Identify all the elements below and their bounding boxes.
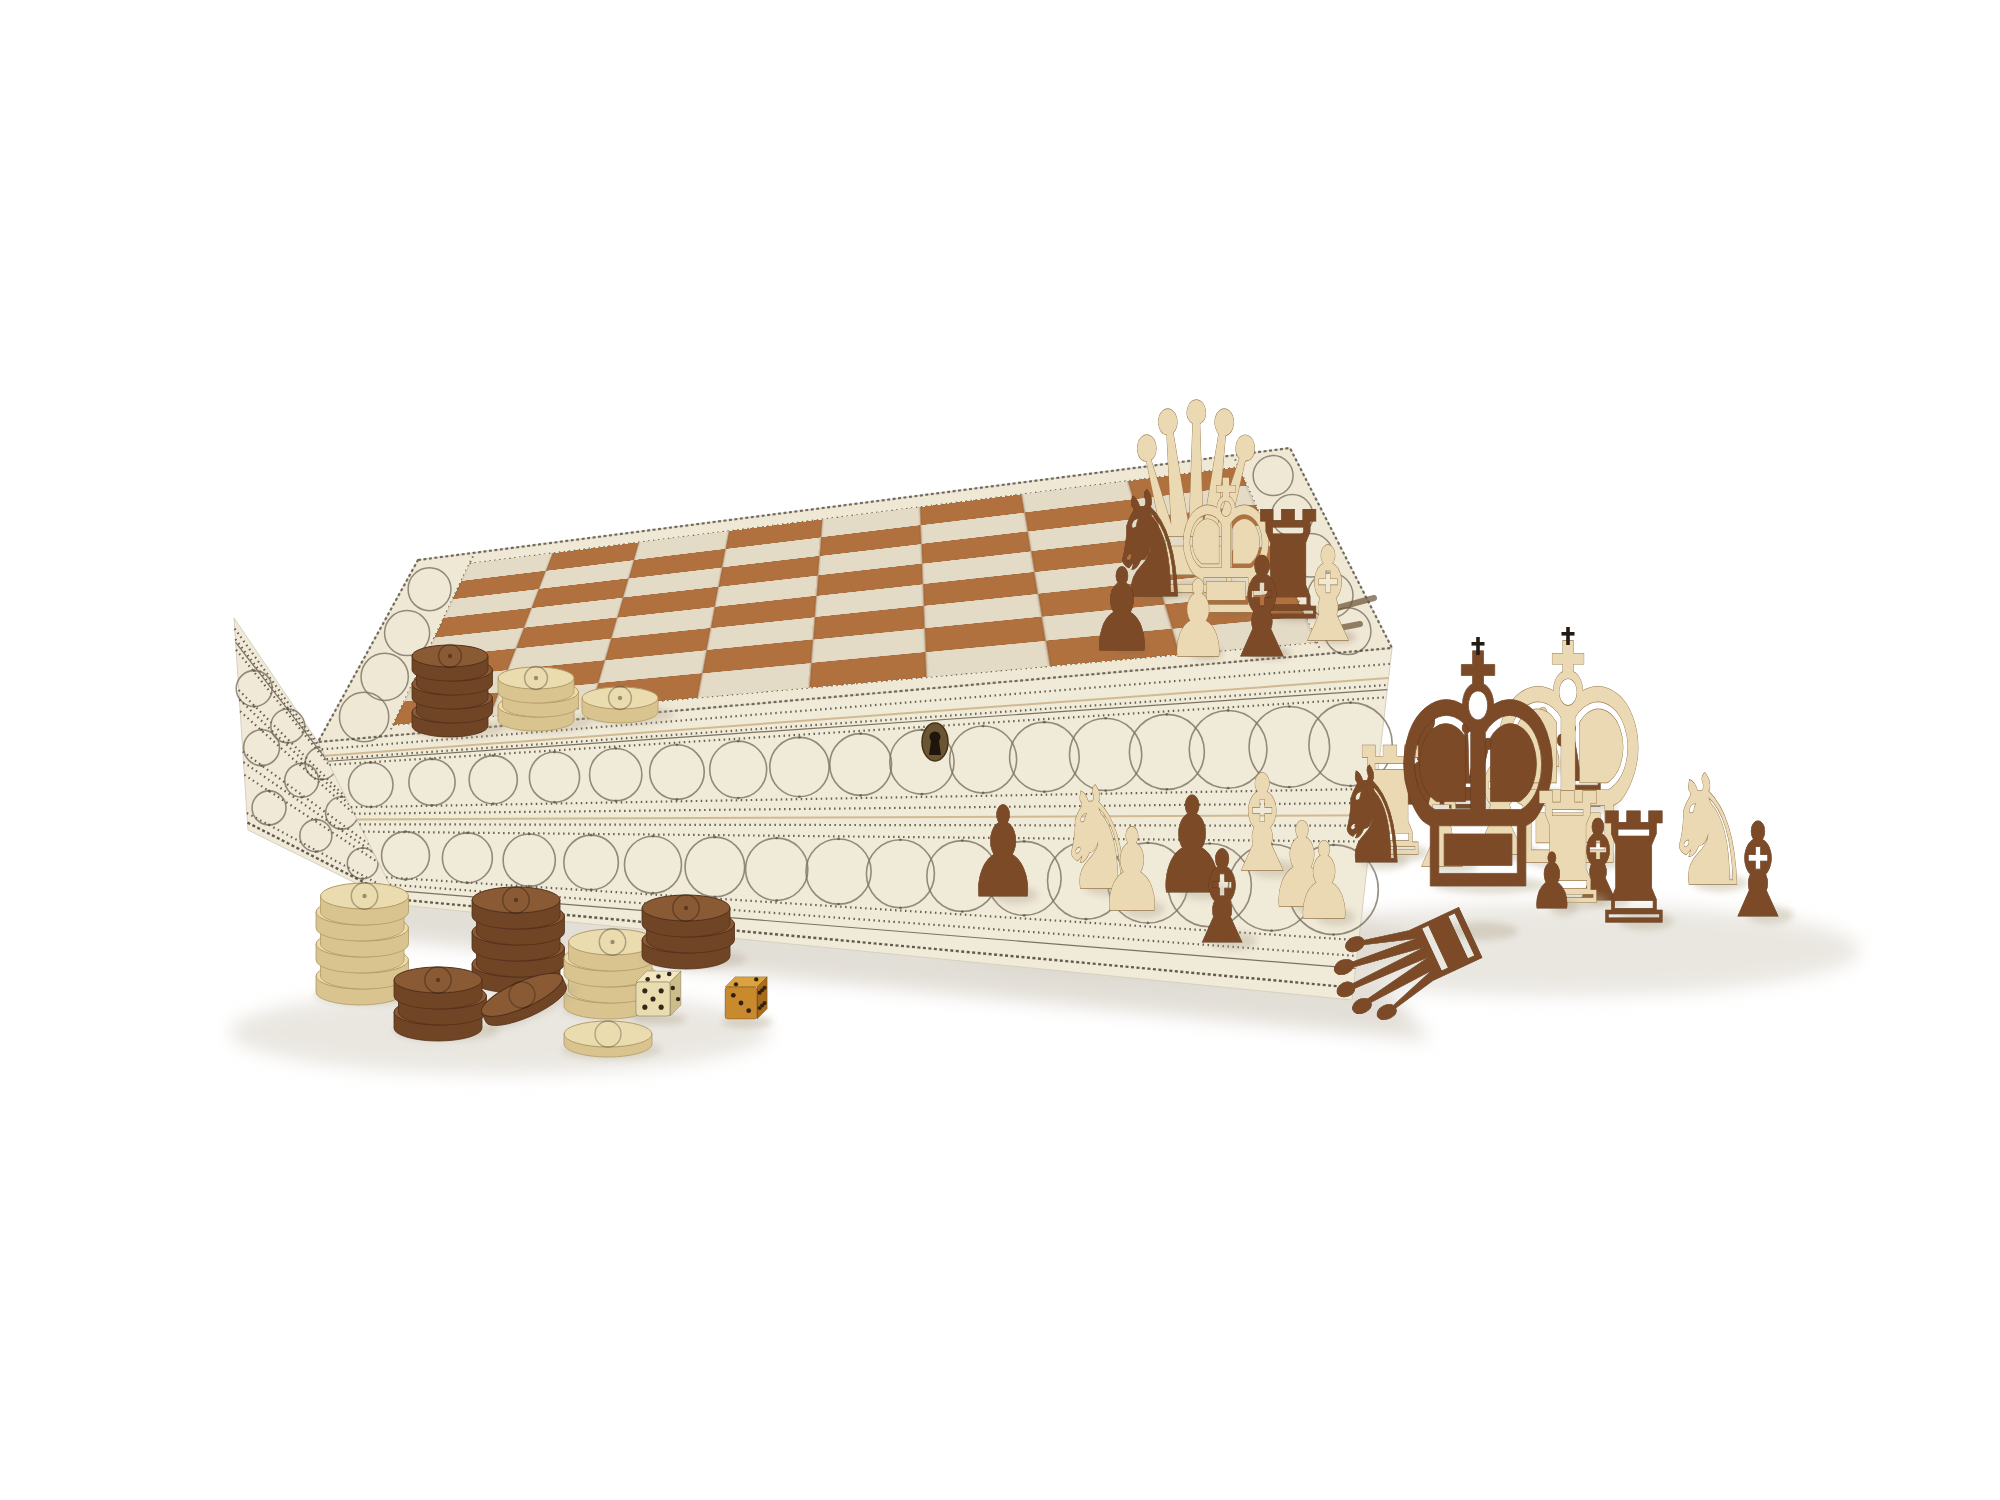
die-pip: [763, 986, 767, 990]
die-pip: [642, 988, 647, 993]
penwork-wreath: [1309, 703, 1392, 786]
checker-stack-brown: [471, 887, 577, 993]
piece-shadow: [1484, 844, 1540, 862]
piece-shadow: [1457, 798, 1499, 816]
penwork-wreath: [1010, 722, 1080, 792]
penwork-leaf-dot: [676, 798, 679, 801]
light-square: [818, 544, 922, 575]
draught-top: [316, 963, 404, 989]
penwork-leaf-dot: [737, 740, 740, 743]
trim-line: [397, 899, 1353, 987]
dark-square: [726, 519, 823, 548]
penwork-leaf-dot: [404, 878, 407, 881]
draught-centre-dot: [436, 978, 440, 982]
piece-brown-queen: ♛: [1277, 858, 1538, 1064]
draught-top: [582, 687, 658, 709]
piece-white-king: ♚: [1478, 581, 1657, 934]
dark-square: [434, 608, 531, 638]
middle-cluster-shadow: [940, 908, 1420, 980]
stack-shadow: [563, 999, 669, 1019]
die-front-face: [636, 982, 670, 1016]
penwork-wreath: [710, 741, 767, 798]
penwork-wreath: [685, 837, 745, 897]
penwork-wreath: [1108, 843, 1188, 923]
piece-glyph: ♟: [1088, 544, 1155, 677]
draught-side: [564, 1034, 652, 1057]
penwork-wreath: [564, 835, 619, 890]
stack-shadow: [641, 949, 747, 969]
piece-glyph: ♝: [1223, 746, 1302, 902]
lid-sawtooth-trim: [318, 448, 1392, 742]
penwork-wreath: [469, 756, 517, 804]
die-pip: [746, 1008, 751, 1013]
dark-square: [718, 556, 819, 587]
draught-top: [642, 927, 730, 953]
light-square: [921, 513, 1028, 544]
penwork-leaf-dot: [921, 793, 924, 796]
light-square: [524, 598, 623, 628]
draught-ring: [425, 967, 451, 993]
penwork-leaf-dot: [899, 906, 902, 909]
die-pip: [734, 982, 738, 986]
penwork-leaf-dot: [1332, 844, 1335, 847]
piece-brown-knight: ♞: [1107, 460, 1193, 630]
board-border-chain: [469, 467, 1238, 564]
draught-top: [642, 895, 730, 921]
penwork-leaf-dot: [1288, 705, 1291, 708]
checker-stack-white: [497, 667, 591, 733]
vine-band-edge: [243, 752, 370, 845]
piece-white-pawn: ♟: [1098, 804, 1165, 937]
piece-glyph: ♟: [1098, 804, 1165, 937]
die-side-face: [670, 971, 681, 1016]
draught-side: [472, 964, 560, 993]
penwork-wreath: [1168, 844, 1251, 927]
draught-ring: [505, 978, 539, 1012]
draught-centre-dot: [684, 906, 688, 910]
penwork-wreath: [1289, 845, 1379, 935]
penwork-leaf-dot: [314, 850, 317, 853]
penwork-leaf-dot: [404, 830, 407, 833]
penwork-leaf-dot: [340, 828, 343, 831]
penwork-leaf-dot: [260, 764, 263, 767]
lid-border-left: [318, 553, 475, 742]
dark-square: [813, 606, 925, 640]
piece-shadow: [1430, 856, 1477, 874]
piece-brown-pawn: ♟: [1088, 544, 1155, 677]
penwork-wreath: [1308, 573, 1353, 618]
box-and-shadows-layer: [0, 0, 2000, 1500]
penwork-leaf-dot: [859, 794, 862, 797]
draught-top: [321, 883, 409, 909]
draught-top: [503, 681, 579, 703]
die-pip: [731, 993, 736, 998]
lid-slot: [1298, 624, 1360, 636]
trim-line: [390, 885, 1357, 956]
piece-shadow: [1553, 892, 1608, 910]
piece-brown-bishop: ♝: [1720, 796, 1797, 947]
die-pip: [642, 1005, 647, 1010]
keyhole-escutcheon: [922, 723, 948, 761]
dark-square: [532, 578, 629, 608]
penwork-wreath: [271, 709, 305, 743]
piece-glyph: ♟: [1390, 685, 1466, 835]
penwork-wreath: [1069, 718, 1141, 790]
brown-loose-draught: [475, 961, 582, 1037]
draught-centre-dot: [448, 654, 452, 658]
draught-top: [476, 965, 567, 1025]
light-square: [611, 607, 714, 639]
draught-side: [503, 692, 579, 717]
draught-top: [321, 947, 409, 973]
dark-square: [702, 640, 813, 674]
stack-shadow: [393, 1021, 499, 1041]
vine-band-edge: [386, 877, 1359, 940]
draught-side: [582, 698, 658, 723]
penwork-wreath: [442, 833, 492, 883]
penwork-leaf-dot: [713, 836, 716, 839]
penwork-wreath: [830, 734, 892, 796]
piece-shadow: [1432, 876, 1548, 894]
dark-square: [605, 628, 711, 660]
lid-border-right: [1233, 448, 1392, 654]
light-square: [598, 650, 706, 683]
draught-side: [316, 912, 404, 941]
penwork-wreath: [650, 745, 705, 800]
penwork-leaf-dot: [300, 762, 303, 765]
penwork-leaf-dot: [1208, 925, 1211, 928]
box-front-face: [318, 648, 1392, 1000]
dark-square: [499, 660, 605, 692]
dark-square: [1031, 538, 1151, 572]
light-square: [926, 641, 1050, 677]
penwork-leaf-dot: [528, 885, 531, 888]
piece-glyph: ♟: [1167, 558, 1230, 681]
piece-glyph: ♜: [1346, 716, 1434, 890]
penwork-leaf-dot: [982, 725, 985, 728]
penwork-wreath: [624, 836, 681, 893]
trim-line: [239, 700, 349, 805]
piece-glyph: ♟: [1293, 820, 1356, 943]
chessboard: [393, 467, 1317, 725]
piece-white-bishop: ♝: [1508, 712, 1564, 821]
draught-side: [498, 678, 574, 703]
board-border-chain: [393, 642, 1317, 725]
stack-shadow: [497, 713, 591, 733]
penwork-leaf-dot: [431, 804, 434, 807]
light-square: [508, 638, 612, 670]
penwork-wreath: [1253, 456, 1293, 496]
lid-top: [318, 448, 1392, 742]
piece-shadow: [1746, 906, 1793, 924]
draught-top: [472, 887, 560, 913]
die-pip: [671, 986, 675, 990]
penwork-leaf-dot: [320, 746, 323, 749]
piece-glyph: ♜: [1523, 760, 1613, 937]
dark-square: [629, 549, 726, 579]
penwork-leaf-dot: [253, 669, 256, 672]
vine-band-edge: [240, 711, 354, 813]
penwork-leaf-dot: [286, 741, 289, 744]
draught-top: [412, 701, 488, 723]
penwork-leaf-dot: [1146, 841, 1149, 844]
penwork-wreath: [244, 730, 280, 766]
vine-band-edge: [247, 813, 394, 892]
draught-top: [316, 931, 404, 957]
light-square: [404, 670, 508, 702]
penwork-wreath: [326, 797, 358, 829]
penwork-leaf-dot: [1104, 717, 1107, 720]
piece-glyph: ♝: [1290, 520, 1367, 671]
piece-white-rook: ♜: [1346, 716, 1434, 890]
penwork-leaf-dot: [361, 877, 364, 880]
draught-top: [412, 673, 488, 695]
box-ground-shadow: [360, 880, 1430, 1040]
piece-shadow: [992, 886, 1037, 904]
piece-glyph: ♟: [1267, 797, 1336, 933]
piece-shadow: [1136, 587, 1180, 599]
draught-side: [399, 996, 487, 1025]
light-square: [924, 594, 1042, 629]
piece-white-bishop: ♝: [1404, 746, 1481, 897]
penwork-wreath: [1228, 844, 1314, 930]
penwork-leaf-dot: [652, 835, 655, 838]
die-pip: [645, 977, 650, 982]
light-square: [811, 628, 925, 663]
die-side-face: [757, 977, 767, 1019]
penwork-leaf-dot: [1208, 842, 1211, 845]
penwork-wreath: [1249, 707, 1330, 788]
penwork-wreath: [285, 763, 319, 797]
draught-side: [472, 900, 560, 929]
light-square: [461, 553, 552, 581]
penwork-leaf-dot: [899, 838, 902, 841]
dark-square: [1151, 546, 1283, 581]
penwork-leaf-dot: [961, 910, 964, 913]
penwork-leaf-dot: [837, 838, 840, 841]
penwork-leaf-dot: [369, 806, 372, 809]
dark-square: [921, 531, 1031, 563]
piece-shadow: [1693, 874, 1748, 892]
penwork-wreath: [529, 752, 579, 802]
vine-band-edge: [329, 697, 1386, 765]
penwork-leaf-dot: [268, 823, 271, 826]
piece-brown-queen: ♛: [1431, 699, 1500, 835]
piece-shadow: [1574, 796, 1617, 814]
piece-shadow: [1293, 896, 1335, 914]
penwork-wreath: [1048, 842, 1125, 919]
penwork-leaf-dot: [798, 736, 801, 739]
light-square: [698, 663, 812, 698]
draught-top: [477, 903, 565, 929]
piece-glyph: ♝: [1184, 823, 1260, 973]
die-pip: [650, 996, 655, 1001]
piece-glyph: ♜: [1589, 780, 1679, 957]
penwork-leaf-dot: [492, 802, 495, 805]
penwork-wreath: [409, 759, 455, 805]
dark-square: [1038, 581, 1165, 616]
penwork-leaf-dot: [553, 751, 556, 754]
draught-side: [316, 944, 404, 973]
penwork-leaf-dot: [320, 778, 323, 781]
die-pip: [760, 988, 764, 992]
dark-square: [1128, 467, 1247, 499]
stack-shadow: [411, 719, 505, 739]
checkers-shadow: [230, 990, 770, 1074]
draught-centre-dot: [514, 898, 518, 902]
light-square: [821, 507, 921, 537]
penwork-leaf-dot: [253, 705, 256, 708]
draught-side: [477, 948, 565, 977]
penwork-leaf-dot: [1332, 933, 1335, 936]
piece-glyph: ♛: [1431, 699, 1500, 835]
piece-shadow: [1113, 641, 1147, 653]
draught-centre-dot: [362, 894, 366, 898]
piece-white-knight: ♞: [1663, 742, 1753, 919]
draught-top: [564, 945, 652, 971]
penwork-wreath: [927, 841, 998, 912]
dark-square: [816, 564, 922, 596]
piece-shadow: [1550, 898, 1578, 916]
penwork-leaf-dot: [837, 903, 840, 906]
die-shadow: [721, 1016, 772, 1028]
draught-side: [316, 976, 404, 1005]
dark-square: [415, 648, 516, 679]
penwork-leaf-dot: [1349, 785, 1352, 788]
penwork-leaf-dot: [614, 799, 617, 802]
penwork-wreath: [382, 832, 430, 880]
disc-shadow: [482, 978, 581, 1037]
penwork-leaf-dot: [492, 754, 495, 757]
light-square: [1172, 616, 1317, 654]
checker-stack-brown: [393, 967, 499, 1041]
draught-side: [321, 928, 409, 957]
penwork-wreath: [806, 839, 871, 904]
penwork-leaf-dot: [431, 758, 434, 761]
piece-glyph: ♛: [1277, 858, 1538, 1064]
penwork-leaf-dot: [737, 797, 740, 800]
piece-white-bishop: ♝: [1290, 520, 1367, 671]
trim-line: [235, 639, 326, 758]
dark-square: [923, 572, 1038, 606]
penwork-wreath: [987, 841, 1061, 915]
piece-brown-pawn: ♟: [1153, 768, 1232, 924]
light-square: [722, 537, 821, 567]
penwork-leaf-dot: [1270, 929, 1273, 932]
right-cluster-shadow: [1260, 904, 1860, 996]
dark-square: [820, 525, 922, 556]
draught-top: [394, 999, 482, 1025]
penwork-leaf-dot: [1085, 841, 1088, 844]
draught-side: [417, 670, 493, 695]
lid-seam: [236, 642, 328, 760]
dice: [632, 971, 773, 1028]
draught-side: [412, 656, 488, 681]
die-shadow: [632, 1013, 686, 1025]
piece-brown-pawn: ♟: [1529, 836, 1578, 926]
piece-shadow: [1525, 852, 1634, 870]
piece-glyph: ♝: [1565, 796, 1631, 926]
penwork-leaf-dot: [286, 708, 289, 711]
checker-stack-white: [581, 687, 675, 725]
draught-top: [569, 929, 657, 955]
penwork-wreath: [349, 763, 393, 807]
piece-glyph: ♛: [1118, 348, 1274, 655]
penwork-wreath: [503, 834, 555, 886]
die-pip: [659, 988, 664, 993]
dark-square: [1139, 505, 1264, 539]
piece-glyph: ♟: [1529, 836, 1575, 926]
penwork-leaf-dot: [268, 789, 271, 792]
draught-side: [564, 990, 652, 1019]
die-pip: [754, 977, 758, 981]
draught-ring: [599, 929, 625, 955]
light-square: [425, 628, 524, 658]
trim-line: [393, 890, 1356, 968]
penwork-wreath: [890, 730, 954, 794]
piece-brown-rook: ♜: [1589, 780, 1679, 957]
draught-top: [316, 899, 404, 925]
piece-shadow: [1375, 844, 1429, 862]
penwork-wreath: [236, 671, 272, 707]
draught-side: [477, 916, 565, 945]
dark-square: [1165, 591, 1305, 628]
piece-glyph: ♜: [1244, 480, 1332, 654]
piece-glyph: ♟: [1153, 768, 1232, 924]
piece-white-pawn: ♟: [1167, 558, 1230, 681]
chess-pieces: ♛♞♚♜♝♟♟♝♟♝♟♛♛♜♝♞♚♝♝♞♚♞♟♟♝♜♟♟♟♝♟♜♛♝: [966, 348, 1796, 1064]
piece-brown-bishop: ♝: [1184, 823, 1260, 973]
draught-ring: [525, 667, 548, 690]
draught-side: [394, 980, 482, 1009]
piece-glyph: ♝: [1454, 711, 1545, 890]
dark-square: [453, 571, 546, 599]
piece-brown-knight: ♞: [1333, 738, 1412, 894]
piece-white-queen: ♛: [1118, 348, 1274, 655]
checker-stack-white: [563, 929, 669, 1019]
penwork-wreath: [746, 838, 808, 900]
checker-stack-white: [315, 883, 421, 1005]
dark-square: [920, 494, 1025, 525]
piece-white-pawn: ♟: [1267, 797, 1336, 933]
piece-shadow: [1211, 932, 1257, 950]
penwork-leaf-dot: [300, 796, 303, 799]
draught-top: [472, 919, 560, 945]
penwork-wreath: [1290, 534, 1333, 577]
piece-shadow: [1317, 908, 1355, 926]
penwork-leaf-dot: [466, 831, 469, 834]
piece-glyph: ♞: [1663, 742, 1753, 919]
piece-glyph: ♚: [1383, 587, 1574, 961]
draught-side: [569, 974, 657, 1003]
lid-slot: [1322, 598, 1374, 612]
draught-side: [412, 684, 488, 709]
die-pip: [667, 972, 672, 977]
light-square: [815, 584, 924, 617]
lid-seam: [328, 690, 1388, 762]
piece-brown-queen: ♛: [1549, 695, 1620, 834]
piece-glyph: ♚: [1478, 581, 1657, 934]
light-square: [539, 560, 634, 589]
piece-shadow: [1541, 756, 1570, 774]
dark-square: [393, 693, 499, 725]
piece-shadow: [1206, 603, 1261, 615]
checker-stack-brown: [411, 645, 505, 739]
draught-side: [472, 932, 560, 961]
piece-brown-pawn: ♟: [1390, 685, 1466, 835]
piece-shadow: [1123, 900, 1164, 918]
piece-white-king: ♚: [1172, 441, 1281, 656]
